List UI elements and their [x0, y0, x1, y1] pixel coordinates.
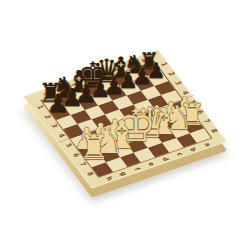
piece-dark-pawn: ♟: [47, 91, 70, 116]
piece-light-rook: ♜: [79, 130, 109, 164]
product-photo-chess-set: 11hh22gg33ff44ee55dd66cc77bb88aa ♜♞♝♚♛♝♞…: [0, 0, 240, 240]
